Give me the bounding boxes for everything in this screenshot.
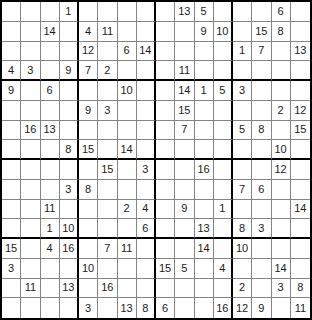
- cell-r3c1-empty[interactable]: [2, 42, 21, 62]
- cell-r12c3-given[interactable]: 1: [41, 219, 60, 239]
- cell-r5c4-empty[interactable]: [60, 81, 79, 101]
- cell-r9c3-empty[interactable]: [41, 160, 60, 180]
- cell-r11c8-given[interactable]: 4: [137, 200, 156, 220]
- cell-r6c11-empty[interactable]: [195, 101, 214, 121]
- cell-r12c4-given[interactable]: 10: [60, 219, 79, 239]
- cell-r10c6-empty[interactable]: [98, 180, 117, 200]
- cell-r6c14-empty[interactable]: [252, 101, 271, 121]
- cell-r14c4-empty[interactable]: [60, 259, 79, 279]
- cell-r3c14-given[interactable]: 7: [252, 42, 271, 62]
- cell-r6c7-empty[interactable]: [118, 101, 137, 121]
- cell-r7c6-empty[interactable]: [98, 121, 117, 141]
- cell-r5c3-given[interactable]: 6: [41, 81, 60, 101]
- cell-r10c15-empty[interactable]: [272, 180, 291, 200]
- cell-r8c1-empty[interactable]: [2, 140, 21, 160]
- cell-r9c13-empty[interactable]: [233, 160, 252, 180]
- cell-r10c2-empty[interactable]: [21, 180, 40, 200]
- cell-r16c5-given[interactable]: 3: [79, 298, 98, 318]
- cell-r9c9-empty[interactable]: [156, 160, 175, 180]
- cell-r13c9-empty[interactable]: [156, 239, 175, 259]
- cell-r13c4-given[interactable]: 16: [60, 239, 79, 259]
- cell-r8c6-empty[interactable]: [98, 140, 117, 160]
- cell-r11c9-empty[interactable]: [156, 200, 175, 220]
- cell-r2c9-empty[interactable]: [156, 22, 175, 42]
- cell-r8c13-empty[interactable]: [233, 140, 252, 160]
- cell-r4c2-given[interactable]: 3: [21, 61, 40, 81]
- cell-r5c5-empty[interactable]: [79, 81, 98, 101]
- cell-r1c10-given[interactable]: 13: [175, 2, 194, 22]
- cell-r11c15-empty[interactable]: [272, 200, 291, 220]
- cell-r7c16-given[interactable]: 15: [291, 121, 310, 141]
- cell-r7c5-empty[interactable]: [79, 121, 98, 141]
- cell-r2c15-given[interactable]: 8: [272, 22, 291, 42]
- cell-r13c8-empty[interactable]: [137, 239, 156, 259]
- cell-r2c7-empty[interactable]: [118, 22, 137, 42]
- cell-r14c10-given[interactable]: 5: [175, 259, 194, 279]
- cell-r1c3-empty[interactable]: [41, 2, 60, 22]
- cell-r3c6-empty[interactable]: [98, 42, 117, 62]
- cell-r9c10-empty[interactable]: [175, 160, 194, 180]
- cell-r11c5-empty[interactable]: [79, 200, 98, 220]
- cell-r5c2-empty[interactable]: [21, 81, 40, 101]
- cell-r6c16-given[interactable]: 12: [291, 101, 310, 121]
- cell-r3c7-given[interactable]: 6: [118, 42, 137, 62]
- cell-r6c1-empty[interactable]: [2, 101, 21, 121]
- cell-r8c11-empty[interactable]: [195, 140, 214, 160]
- cell-r7c11-empty[interactable]: [195, 121, 214, 141]
- cell-r10c3-empty[interactable]: [41, 180, 60, 200]
- cell-r16c14-given[interactable]: 9: [252, 298, 271, 318]
- cell-r16c4-empty[interactable]: [60, 298, 79, 318]
- cell-r10c16-empty[interactable]: [291, 180, 310, 200]
- cell-r8c4-given[interactable]: 8: [60, 140, 79, 160]
- cell-r14c14-empty[interactable]: [252, 259, 271, 279]
- cell-r2c13-empty[interactable]: [233, 22, 252, 42]
- cell-r4c10-given[interactable]: 11: [175, 61, 194, 81]
- cell-r10c11-empty[interactable]: [195, 180, 214, 200]
- cell-r5c1-given[interactable]: 9: [2, 81, 21, 101]
- cell-r6c13-empty[interactable]: [233, 101, 252, 121]
- cell-r3c2-empty[interactable]: [21, 42, 40, 62]
- cell-r11c13-empty[interactable]: [233, 200, 252, 220]
- cell-r3c9-empty[interactable]: [156, 42, 175, 62]
- cell-r15c2-given[interactable]: 11: [21, 279, 40, 299]
- cell-r13c14-empty[interactable]: [252, 239, 271, 259]
- cell-r2c11-given[interactable]: 9: [195, 22, 214, 42]
- cell-r3c3-empty[interactable]: [41, 42, 60, 62]
- cell-r5c11-given[interactable]: 1: [195, 81, 214, 101]
- cell-r15c16-given[interactable]: 8: [291, 279, 310, 299]
- cell-r4c4-given[interactable]: 9: [60, 61, 79, 81]
- cell-r8c12-empty[interactable]: [214, 140, 233, 160]
- cell-r4c6-given[interactable]: 2: [98, 61, 117, 81]
- cell-r16c7-given[interactable]: 13: [118, 298, 137, 318]
- cell-r7c4-empty[interactable]: [60, 121, 79, 141]
- cell-r13c15-empty[interactable]: [272, 239, 291, 259]
- cell-r1c15-given[interactable]: 6: [272, 2, 291, 22]
- cell-r15c13-given[interactable]: 2: [233, 279, 252, 299]
- cell-r16c3-empty[interactable]: [41, 298, 60, 318]
- cell-r1c12-empty[interactable]: [214, 2, 233, 22]
- cell-r6c15-given[interactable]: 2: [272, 101, 291, 121]
- cell-r15c14-empty[interactable]: [252, 279, 271, 299]
- cell-r14c6-empty[interactable]: [98, 259, 117, 279]
- cell-r13c2-empty[interactable]: [21, 239, 40, 259]
- cell-r2c4-empty[interactable]: [60, 22, 79, 42]
- cell-r3c16-given[interactable]: 13: [291, 42, 310, 62]
- cell-r16c6-empty[interactable]: [98, 298, 117, 318]
- cell-r12c5-empty[interactable]: [79, 219, 98, 239]
- cell-r2c5-given[interactable]: 4: [79, 22, 98, 42]
- cell-r8c9-empty[interactable]: [156, 140, 175, 160]
- cell-r9c6-given[interactable]: 15: [98, 160, 117, 180]
- cell-r12c10-empty[interactable]: [175, 219, 194, 239]
- cell-r16c11-empty[interactable]: [195, 298, 214, 318]
- cell-r1c4-given[interactable]: 1: [60, 2, 79, 22]
- cell-r14c8-empty[interactable]: [137, 259, 156, 279]
- cell-r2c6-given[interactable]: 11: [98, 22, 117, 42]
- cell-r3c12-empty[interactable]: [214, 42, 233, 62]
- sudoku-puzzle: 1135614411910158126141713439721196101415…: [0, 0, 312, 320]
- cell-r9c15-given[interactable]: 12: [272, 160, 291, 180]
- cell-r12c16-empty[interactable]: [291, 219, 310, 239]
- cell-r14c1-given[interactable]: 3: [2, 259, 21, 279]
- cell-r12c6-empty[interactable]: [98, 219, 117, 239]
- cell-r4c3-empty[interactable]: [41, 61, 60, 81]
- cell-r10c5-given[interactable]: 8: [79, 180, 98, 200]
- cell-r15c1-empty[interactable]: [2, 279, 21, 299]
- cell-r7c8-empty[interactable]: [137, 121, 156, 141]
- cell-r2c2-empty[interactable]: [21, 22, 40, 42]
- cell-r14c11-empty[interactable]: [195, 259, 214, 279]
- cell-r14c7-empty[interactable]: [118, 259, 137, 279]
- cell-r3c8-given[interactable]: 14: [137, 42, 156, 62]
- cell-r13c3-given[interactable]: 4: [41, 239, 60, 259]
- cell-r16c8-given[interactable]: 8: [137, 298, 156, 318]
- cell-r4c16-empty[interactable]: [291, 61, 310, 81]
- cell-r4c7-empty[interactable]: [118, 61, 137, 81]
- cell-r7c12-empty[interactable]: [214, 121, 233, 141]
- cell-r10c1-empty[interactable]: [2, 180, 21, 200]
- cell-r7c15-empty[interactable]: [272, 121, 291, 141]
- cell-r14c13-empty[interactable]: [233, 259, 252, 279]
- cell-r4c5-given[interactable]: 7: [79, 61, 98, 81]
- cell-r15c12-empty[interactable]: [214, 279, 233, 299]
- cell-r1c8-empty[interactable]: [137, 2, 156, 22]
- cell-r2c12-given[interactable]: 10: [214, 22, 233, 42]
- cell-r11c14-empty[interactable]: [252, 200, 271, 220]
- cell-r12c12-empty[interactable]: [214, 219, 233, 239]
- cell-r11c10-given[interactable]: 9: [175, 200, 194, 220]
- cell-r9c8-given[interactable]: 3: [137, 160, 156, 180]
- cell-r12c7-empty[interactable]: [118, 219, 137, 239]
- cell-r9c1-empty[interactable]: [2, 160, 21, 180]
- cell-r7c7-empty[interactable]: [118, 121, 137, 141]
- cell-r6c3-empty[interactable]: [41, 101, 60, 121]
- cell-r11c7-given[interactable]: 2: [118, 200, 137, 220]
- cell-r10c7-empty[interactable]: [118, 180, 137, 200]
- cell-r15c6-given[interactable]: 16: [98, 279, 117, 299]
- cell-r8c15-given[interactable]: 10: [272, 140, 291, 160]
- cell-r11c11-empty[interactable]: [195, 200, 214, 220]
- cell-r5c14-empty[interactable]: [252, 81, 271, 101]
- cell-r13c1-given[interactable]: 15: [2, 239, 21, 259]
- cell-r9c2-empty[interactable]: [21, 160, 40, 180]
- cell-r10c14-given[interactable]: 6: [252, 180, 271, 200]
- cell-r16c2-empty[interactable]: [21, 298, 40, 318]
- cell-r6c10-given[interactable]: 15: [175, 101, 194, 121]
- cell-r1c14-empty[interactable]: [252, 2, 271, 22]
- cell-r8c3-empty[interactable]: [41, 140, 60, 160]
- cell-r6c4-empty[interactable]: [60, 101, 79, 121]
- cell-r1c9-empty[interactable]: [156, 2, 175, 22]
- cell-r16c15-empty[interactable]: [272, 298, 291, 318]
- cell-r10c9-empty[interactable]: [156, 180, 175, 200]
- cell-r4c11-empty[interactable]: [195, 61, 214, 81]
- cell-r7c3-given[interactable]: 13: [41, 121, 60, 141]
- cell-r6c6-given[interactable]: 3: [98, 101, 117, 121]
- cell-r3c5-given[interactable]: 12: [79, 42, 98, 62]
- cell-r6c8-empty[interactable]: [137, 101, 156, 121]
- cell-r5c6-empty[interactable]: [98, 81, 117, 101]
- cell-r15c7-empty[interactable]: [118, 279, 137, 299]
- cell-r13c16-empty[interactable]: [291, 239, 310, 259]
- cell-r2c3-given[interactable]: 14: [41, 22, 60, 42]
- cell-r13c12-empty[interactable]: [214, 239, 233, 259]
- cell-r4c14-empty[interactable]: [252, 61, 271, 81]
- cell-r12c8-given[interactable]: 6: [137, 219, 156, 239]
- cell-r1c16-empty[interactable]: [291, 2, 310, 22]
- cell-r5c16-empty[interactable]: [291, 81, 310, 101]
- cell-r15c9-empty[interactable]: [156, 279, 175, 299]
- cell-r3c4-empty[interactable]: [60, 42, 79, 62]
- cell-r13c11-given[interactable]: 14: [195, 239, 214, 259]
- cell-r15c3-empty[interactable]: [41, 279, 60, 299]
- cell-r9c12-empty[interactable]: [214, 160, 233, 180]
- cell-r1c1-empty[interactable]: [2, 2, 21, 22]
- cell-r1c11-given[interactable]: 5: [195, 2, 214, 22]
- cell-r7c1-empty[interactable]: [2, 121, 21, 141]
- cell-r5c13-given[interactable]: 3: [233, 81, 252, 101]
- cell-r15c15-given[interactable]: 3: [272, 279, 291, 299]
- cell-r1c7-empty[interactable]: [118, 2, 137, 22]
- cell-r5c15-empty[interactable]: [272, 81, 291, 101]
- cell-r11c4-empty[interactable]: [60, 200, 79, 220]
- cell-r6c9-empty[interactable]: [156, 101, 175, 121]
- cell-r3c10-empty[interactable]: [175, 42, 194, 62]
- cell-r6c12-empty[interactable]: [214, 101, 233, 121]
- cell-r13c13-given[interactable]: 10: [233, 239, 252, 259]
- cell-r1c5-empty[interactable]: [79, 2, 98, 22]
- cell-r15c8-empty[interactable]: [137, 279, 156, 299]
- cell-r11c3-given[interactable]: 11: [41, 200, 60, 220]
- cell-r6c2-empty[interactable]: [21, 101, 40, 121]
- cell-r8c10-empty[interactable]: [175, 140, 194, 160]
- cell-r9c16-empty[interactable]: [291, 160, 310, 180]
- cell-r12c13-given[interactable]: 8: [233, 219, 252, 239]
- cell-r7c9-empty[interactable]: [156, 121, 175, 141]
- cell-r8c16-empty[interactable]: [291, 140, 310, 160]
- cell-r5c10-given[interactable]: 14: [175, 81, 194, 101]
- cell-r14c3-empty[interactable]: [41, 259, 60, 279]
- cell-r2c16-empty[interactable]: [291, 22, 310, 42]
- cell-r11c1-empty[interactable]: [2, 200, 21, 220]
- cell-r1c6-empty[interactable]: [98, 2, 117, 22]
- cell-r4c9-empty[interactable]: [156, 61, 175, 81]
- cell-r12c15-empty[interactable]: [272, 219, 291, 239]
- cell-r12c11-given[interactable]: 13: [195, 219, 214, 239]
- cell-r11c12-given[interactable]: 1: [214, 200, 233, 220]
- cell-r16c16-given[interactable]: 11: [291, 298, 310, 318]
- cell-r7c2-given[interactable]: 16: [21, 121, 40, 141]
- cell-r2c14-given[interactable]: 15: [252, 22, 271, 42]
- cell-r9c7-empty[interactable]: [118, 160, 137, 180]
- cell-r15c10-empty[interactable]: [175, 279, 194, 299]
- cell-r9c14-empty[interactable]: [252, 160, 271, 180]
- cell-r7c14-given[interactable]: 8: [252, 121, 271, 141]
- cell-r10c10-empty[interactable]: [175, 180, 194, 200]
- cell-r4c15-empty[interactable]: [272, 61, 291, 81]
- cell-r13c7-given[interactable]: 11: [118, 239, 137, 259]
- cell-r13c5-empty[interactable]: [79, 239, 98, 259]
- cell-r14c15-given[interactable]: 14: [272, 259, 291, 279]
- cell-r3c15-empty[interactable]: [272, 42, 291, 62]
- cell-r16c10-empty[interactable]: [175, 298, 194, 318]
- cell-r10c13-given[interactable]: 7: [233, 180, 252, 200]
- cell-r15c4-given[interactable]: 13: [60, 279, 79, 299]
- sudoku-board: 1135614411910158126141713439721196101415…: [0, 0, 312, 320]
- cell-r16c1-empty[interactable]: [2, 298, 21, 318]
- cell-r5c7-given[interactable]: 10: [118, 81, 137, 101]
- cell-r5c12-given[interactable]: 5: [214, 81, 233, 101]
- cell-r13c10-empty[interactable]: [175, 239, 194, 259]
- cell-r8c5-given[interactable]: 15: [79, 140, 98, 160]
- cell-r14c2-empty[interactable]: [21, 259, 40, 279]
- cell-r2c1-empty[interactable]: [2, 22, 21, 42]
- cell-r10c8-empty[interactable]: [137, 180, 156, 200]
- cell-r4c13-empty[interactable]: [233, 61, 252, 81]
- cell-r5c9-empty[interactable]: [156, 81, 175, 101]
- cell-r1c13-empty[interactable]: [233, 2, 252, 22]
- cell-r3c13-given[interactable]: 1: [233, 42, 252, 62]
- cell-r12c9-empty[interactable]: [156, 219, 175, 239]
- cell-r4c1-given[interactable]: 4: [2, 61, 21, 81]
- cell-r16c13-given[interactable]: 12: [233, 298, 252, 318]
- cell-r6c5-given[interactable]: 9: [79, 101, 98, 121]
- cell-r11c6-empty[interactable]: [98, 200, 117, 220]
- cell-r10c12-empty[interactable]: [214, 180, 233, 200]
- cell-r12c14-given[interactable]: 3: [252, 219, 271, 239]
- cell-r9c4-empty[interactable]: [60, 160, 79, 180]
- cell-r14c9-given[interactable]: 15: [156, 259, 175, 279]
- cell-r5c8-empty[interactable]: [137, 81, 156, 101]
- cell-r8c7-given[interactable]: 14: [118, 140, 137, 160]
- cell-r7c13-given[interactable]: 5: [233, 121, 252, 141]
- cell-r8c8-empty[interactable]: [137, 140, 156, 160]
- cell-r4c8-empty[interactable]: [137, 61, 156, 81]
- cell-r7c10-given[interactable]: 7: [175, 121, 194, 141]
- cell-r16c12-given[interactable]: 16: [214, 298, 233, 318]
- cell-r11c2-empty[interactable]: [21, 200, 40, 220]
- cell-r10c4-given[interactable]: 3: [60, 180, 79, 200]
- cell-r1c2-empty[interactable]: [21, 2, 40, 22]
- cell-r9c11-given[interactable]: 16: [195, 160, 214, 180]
- cell-r4c12-empty[interactable]: [214, 61, 233, 81]
- cell-r12c2-empty[interactable]: [21, 219, 40, 239]
- cell-r2c10-empty[interactable]: [175, 22, 194, 42]
- cell-r15c5-empty[interactable]: [79, 279, 98, 299]
- cell-r15c11-empty[interactable]: [195, 279, 214, 299]
- cell-r13c6-given[interactable]: 7: [98, 239, 117, 259]
- cell-r11c16-given[interactable]: 14: [291, 200, 310, 220]
- cell-r8c2-empty[interactable]: [21, 140, 40, 160]
- cell-r12c1-empty[interactable]: [2, 219, 21, 239]
- cell-r2c8-empty[interactable]: [137, 22, 156, 42]
- cell-r14c5-given[interactable]: 10: [79, 259, 98, 279]
- cell-r3c11-empty[interactable]: [195, 42, 214, 62]
- cell-r14c16-empty[interactable]: [291, 259, 310, 279]
- cell-r9c5-empty[interactable]: [79, 160, 98, 180]
- cell-r8c14-empty[interactable]: [252, 140, 271, 160]
- cell-r14c12-given[interactable]: 4: [214, 259, 233, 279]
- cell-r16c9-given[interactable]: 6: [156, 298, 175, 318]
